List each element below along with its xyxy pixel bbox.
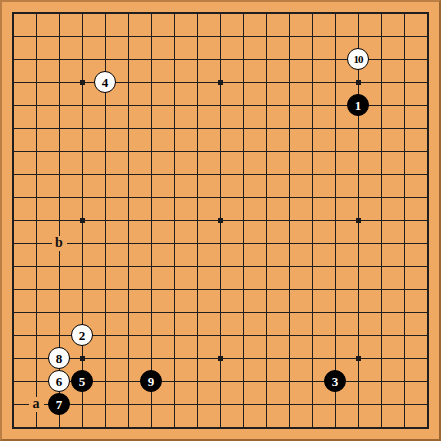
star-point — [218, 356, 223, 361]
go-board[interactable]: 12345678910ab — [0, 0, 441, 441]
point-label-a[interactable]: a — [29, 397, 44, 412]
stone-black-1[interactable]: 1 — [347, 94, 369, 116]
star-point — [356, 218, 361, 223]
stone-black-3[interactable]: 3 — [324, 370, 346, 392]
star-point — [356, 356, 361, 361]
stone-white-10[interactable]: 10 — [347, 48, 369, 70]
stone-black-9[interactable]: 9 — [140, 370, 162, 392]
stone-white-2[interactable]: 2 — [71, 324, 93, 346]
stone-white-6[interactable]: 6 — [48, 370, 70, 392]
stone-white-4[interactable]: 4 — [94, 71, 116, 93]
stone-black-5[interactable]: 5 — [71, 370, 93, 392]
stone-white-8[interactable]: 8 — [48, 347, 70, 369]
point-label-b[interactable]: b — [52, 236, 67, 251]
star-point — [80, 218, 85, 223]
star-point — [356, 80, 361, 85]
stone-black-7[interactable]: 7 — [48, 393, 70, 415]
star-point — [218, 218, 223, 223]
star-point — [218, 80, 223, 85]
star-point — [80, 356, 85, 361]
star-point — [80, 80, 85, 85]
